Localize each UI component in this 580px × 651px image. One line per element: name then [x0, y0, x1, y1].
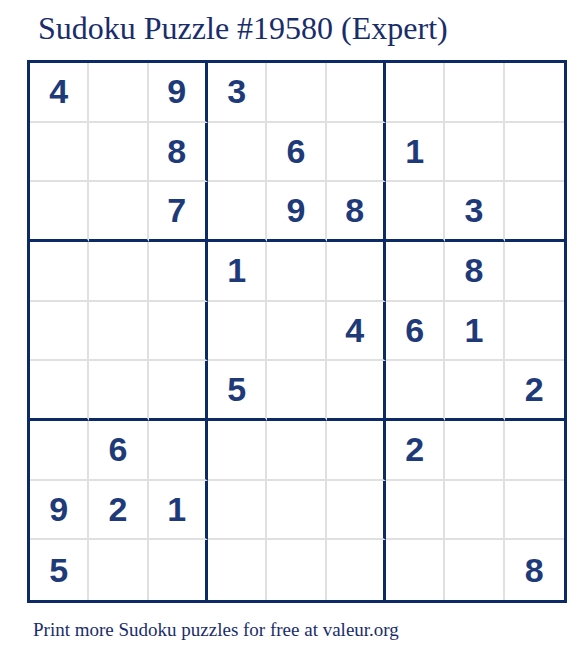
sudoku-cell-r5c4[interactable] [208, 302, 267, 362]
sudoku-cell-r2c1[interactable] [30, 123, 89, 183]
sudoku-cell-r8c9[interactable] [505, 481, 564, 541]
sudoku-cell-r4c5[interactable] [267, 242, 326, 302]
sudoku-cell-r9c7[interactable] [386, 540, 445, 600]
sudoku-cell-r4c1[interactable] [30, 242, 89, 302]
sudoku-cell-r8c3[interactable]: 1 [149, 481, 208, 541]
sudoku-cell-r2c9[interactable] [505, 123, 564, 183]
sudoku-cell-r7c4[interactable] [208, 421, 267, 481]
sudoku-cell-r4c6[interactable] [327, 242, 386, 302]
sudoku-cell-r1c8[interactable] [445, 63, 504, 123]
sudoku-cell-r7c9[interactable] [505, 421, 564, 481]
sudoku-cell-r1c5[interactable] [267, 63, 326, 123]
sudoku-cell-r4c7[interactable] [386, 242, 445, 302]
sudoku-cell-r2c3[interactable]: 8 [149, 123, 208, 183]
sudoku-cell-r1c3[interactable]: 9 [149, 63, 208, 123]
sudoku-cell-r9c4[interactable] [208, 540, 267, 600]
sudoku-cell-r6c2[interactable] [89, 361, 148, 421]
sudoku-cell-r6c4[interactable]: 5 [208, 361, 267, 421]
sudoku-cell-r8c6[interactable] [327, 481, 386, 541]
sudoku-cell-r7c3[interactable] [149, 421, 208, 481]
sudoku-cell-r5c1[interactable] [30, 302, 89, 362]
sudoku-cell-r8c5[interactable] [267, 481, 326, 541]
sudoku-cell-r8c8[interactable] [445, 481, 504, 541]
sudoku-cell-r9c5[interactable] [267, 540, 326, 600]
sudoku-cell-r2c4[interactable] [208, 123, 267, 183]
sudoku-cell-r1c2[interactable] [89, 63, 148, 123]
sudoku-cell-r6c7[interactable] [386, 361, 445, 421]
sudoku-cell-r4c8[interactable]: 8 [445, 242, 504, 302]
sudoku-cell-r1c7[interactable] [386, 63, 445, 123]
sudoku-cell-r3c6[interactable]: 8 [327, 182, 386, 242]
sudoku-cell-r2c7[interactable]: 1 [386, 123, 445, 183]
sudoku-cell-r7c1[interactable] [30, 421, 89, 481]
sudoku-cell-r9c2[interactable] [89, 540, 148, 600]
sudoku-cell-r1c4[interactable]: 3 [208, 63, 267, 123]
sudoku-cell-r7c7[interactable]: 2 [386, 421, 445, 481]
sudoku-cell-r4c3[interactable] [149, 242, 208, 302]
sudoku-cell-r7c6[interactable] [327, 421, 386, 481]
sudoku-cell-r6c3[interactable] [149, 361, 208, 421]
sudoku-cell-r8c2[interactable]: 2 [89, 481, 148, 541]
sudoku-cell-r4c4[interactable]: 1 [208, 242, 267, 302]
footer-note: Print more Sudoku puzzles for free at va… [33, 619, 399, 641]
sudoku-cell-r3c5[interactable]: 9 [267, 182, 326, 242]
sudoku-cell-r6c5[interactable] [267, 361, 326, 421]
sudoku-cell-r8c4[interactable] [208, 481, 267, 541]
sudoku-cell-r3c9[interactable] [505, 182, 564, 242]
sudoku-page: Sudoku Puzzle #19580 (Expert) 4938617983… [0, 0, 580, 651]
sudoku-cell-r1c1[interactable]: 4 [30, 63, 89, 123]
sudoku-cell-r2c2[interactable] [89, 123, 148, 183]
sudoku-cell-r2c5[interactable]: 6 [267, 123, 326, 183]
sudoku-cell-r9c6[interactable] [327, 540, 386, 600]
sudoku-cell-r6c8[interactable] [445, 361, 504, 421]
sudoku-cell-r5c8[interactable]: 1 [445, 302, 504, 362]
sudoku-cell-r9c3[interactable] [149, 540, 208, 600]
sudoku-cell-r8c1[interactable]: 9 [30, 481, 89, 541]
sudoku-cell-r7c8[interactable] [445, 421, 504, 481]
sudoku-cell-r9c9[interactable]: 8 [505, 540, 564, 600]
sudoku-cell-r7c2[interactable]: 6 [89, 421, 148, 481]
sudoku-cell-r9c1[interactable]: 5 [30, 540, 89, 600]
sudoku-cell-r6c9[interactable]: 2 [505, 361, 564, 421]
sudoku-cell-r2c6[interactable] [327, 123, 386, 183]
sudoku-cell-r4c2[interactable] [89, 242, 148, 302]
sudoku-cell-r6c6[interactable] [327, 361, 386, 421]
sudoku-cell-r3c4[interactable] [208, 182, 267, 242]
sudoku-cell-r7c5[interactable] [267, 421, 326, 481]
sudoku-board: 493861798318461526292158 [27, 60, 567, 603]
page-title: Sudoku Puzzle #19580 (Expert) [38, 11, 448, 46]
sudoku-cell-r6c1[interactable] [30, 361, 89, 421]
sudoku-cell-r3c7[interactable] [386, 182, 445, 242]
sudoku-cell-r9c8[interactable] [445, 540, 504, 600]
sudoku-cell-r4c9[interactable] [505, 242, 564, 302]
sudoku-cell-r5c3[interactable] [149, 302, 208, 362]
sudoku-cell-r5c5[interactable] [267, 302, 326, 362]
sudoku-cell-r1c9[interactable] [505, 63, 564, 123]
sudoku-cell-r2c8[interactable] [445, 123, 504, 183]
sudoku-cell-r8c7[interactable] [386, 481, 445, 541]
sudoku-cell-r3c1[interactable] [30, 182, 89, 242]
sudoku-cell-r1c6[interactable] [327, 63, 386, 123]
sudoku-cell-r5c2[interactable] [89, 302, 148, 362]
sudoku-cell-r3c2[interactable] [89, 182, 148, 242]
sudoku-cell-r5c6[interactable]: 4 [327, 302, 386, 362]
sudoku-cell-r5c9[interactable] [505, 302, 564, 362]
sudoku-cell-r5c7[interactable]: 6 [386, 302, 445, 362]
sudoku-cell-r3c8[interactable]: 3 [445, 182, 504, 242]
sudoku-cell-r3c3[interactable]: 7 [149, 182, 208, 242]
